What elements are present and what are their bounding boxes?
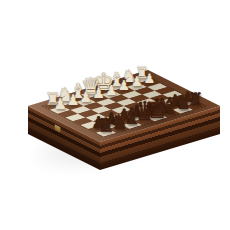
chess-set-photo: ♜♞♝♛♚♝♞♜♟♟♟♟♟♟♟♟♟♟♟♟♟♟♟♟♜♞♝♛♚♝♞♜ bbox=[0, 0, 230, 230]
piece-white-pawn[interactable]: ♟ bbox=[131, 75, 143, 89]
piece-white-pawn[interactable]: ♟ bbox=[118, 79, 130, 93]
piece-white-pawn[interactable]: ♟ bbox=[105, 82, 118, 96]
piece-white-pawn[interactable]: ♟ bbox=[66, 93, 79, 108]
piece-white-pawn[interactable]: ♟ bbox=[79, 90, 92, 105]
piece-white-pawn[interactable]: ♟ bbox=[144, 72, 156, 85]
piece-white-pawn[interactable]: ♟ bbox=[92, 86, 105, 100]
piece-white-pawn[interactable]: ♟ bbox=[54, 97, 67, 112]
piece-black-rook[interactable]: ♜ bbox=[97, 116, 114, 136]
brass-latch bbox=[55, 124, 61, 133]
